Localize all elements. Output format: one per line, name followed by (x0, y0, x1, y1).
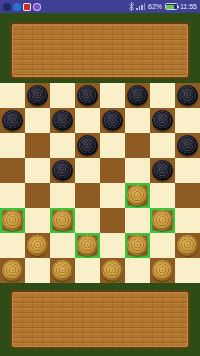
square-f5 (125, 158, 150, 183)
square-f3 (125, 208, 150, 233)
square-b8[interactable] (25, 83, 50, 108)
notification-icon-1 (3, 3, 11, 11)
square-c3[interactable] (50, 208, 75, 233)
square-c2 (50, 233, 75, 258)
notification-icon-2 (13, 3, 21, 11)
clock-label: 11:55 (180, 0, 197, 13)
notification-icon-3 (23, 3, 31, 11)
square-g8 (150, 83, 175, 108)
square-g2 (150, 233, 175, 258)
square-c5[interactable] (50, 158, 75, 183)
dark-piece[interactable] (2, 110, 23, 131)
square-d2[interactable] (75, 233, 100, 258)
square-h4[interactable] (175, 183, 200, 208)
yellow-piece[interactable] (2, 260, 23, 281)
dark-piece[interactable] (127, 85, 148, 106)
dark-piece[interactable] (152, 110, 173, 131)
square-h1 (175, 258, 200, 283)
square-b3 (25, 208, 50, 233)
square-d4[interactable] (75, 183, 100, 208)
yellow-piece[interactable] (77, 235, 98, 256)
yellow-piece[interactable] (177, 235, 198, 256)
square-b4[interactable] (25, 183, 50, 208)
square-h7 (175, 108, 200, 133)
square-h8[interactable] (175, 83, 200, 108)
dark-piece[interactable] (77, 135, 98, 156)
yellow-piece[interactable] (127, 235, 148, 256)
square-a7[interactable] (0, 108, 25, 133)
square-e5[interactable] (100, 158, 125, 183)
checkers-app-screen: 62% 11:55 (0, 0, 200, 356)
square-e3[interactable] (100, 208, 125, 233)
notification-area (3, 3, 41, 11)
square-f2[interactable] (125, 233, 150, 258)
yellow-piece[interactable] (2, 210, 23, 231)
battery-fill (166, 5, 174, 9)
square-f1 (125, 258, 150, 283)
signal-icon (136, 3, 145, 10)
dark-piece[interactable] (102, 110, 123, 131)
square-a5[interactable] (0, 158, 25, 183)
square-c4 (50, 183, 75, 208)
square-e6 (100, 133, 125, 158)
dark-piece[interactable] (27, 85, 48, 106)
bottom-wood-panel (10, 290, 190, 349)
status-indicators: 62% 11:55 (129, 0, 197, 13)
notification-icon-4 (33, 3, 41, 11)
yellow-piece[interactable] (52, 210, 73, 231)
checkers-board[interactable] (0, 83, 200, 283)
square-h5 (175, 158, 200, 183)
battery-percent-label: 62% (148, 0, 162, 13)
square-g3[interactable] (150, 208, 175, 233)
square-e2 (100, 233, 125, 258)
square-b7 (25, 108, 50, 133)
square-d6[interactable] (75, 133, 100, 158)
yellow-piece[interactable] (152, 260, 173, 281)
dark-piece[interactable] (77, 85, 98, 106)
yellow-piece[interactable] (27, 235, 48, 256)
square-c7[interactable] (50, 108, 75, 133)
yellow-piece[interactable] (127, 185, 148, 206)
square-d8[interactable] (75, 83, 100, 108)
dark-piece[interactable] (177, 135, 198, 156)
square-a4 (0, 183, 25, 208)
square-b6[interactable] (25, 133, 50, 158)
yellow-piece[interactable] (52, 260, 73, 281)
square-b1 (25, 258, 50, 283)
square-a6 (0, 133, 25, 158)
square-e8 (100, 83, 125, 108)
square-g6 (150, 133, 175, 158)
square-c1[interactable] (50, 258, 75, 283)
square-a3[interactable] (0, 208, 25, 233)
battery-icon (165, 3, 178, 10)
square-b5 (25, 158, 50, 183)
yellow-piece[interactable] (102, 260, 123, 281)
square-a8 (0, 83, 25, 108)
square-g1[interactable] (150, 258, 175, 283)
square-c8 (50, 83, 75, 108)
square-f6[interactable] (125, 133, 150, 158)
square-c6 (50, 133, 75, 158)
square-h6[interactable] (175, 133, 200, 158)
square-e1[interactable] (100, 258, 125, 283)
square-h2[interactable] (175, 233, 200, 258)
square-d1 (75, 258, 100, 283)
status-bar: 62% 11:55 (0, 0, 200, 13)
bluetooth-icon (129, 2, 134, 11)
square-g7[interactable] (150, 108, 175, 133)
square-e7[interactable] (100, 108, 125, 133)
square-a2 (0, 233, 25, 258)
square-d5 (75, 158, 100, 183)
top-wood-panel (10, 22, 190, 79)
dark-piece[interactable] (177, 85, 198, 106)
dark-piece[interactable] (52, 160, 73, 181)
square-d7 (75, 108, 100, 133)
yellow-piece[interactable] (152, 210, 173, 231)
square-g5[interactable] (150, 158, 175, 183)
dark-piece[interactable] (152, 160, 173, 181)
square-g4 (150, 183, 175, 208)
square-f8[interactable] (125, 83, 150, 108)
square-d3 (75, 208, 100, 233)
square-f4[interactable] (125, 183, 150, 208)
square-f7 (125, 108, 150, 133)
dark-piece[interactable] (52, 110, 73, 131)
square-e4 (100, 183, 125, 208)
square-a1[interactable] (0, 258, 25, 283)
square-h3 (175, 208, 200, 233)
square-b2[interactable] (25, 233, 50, 258)
